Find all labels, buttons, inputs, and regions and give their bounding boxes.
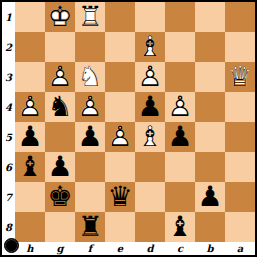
square-c8[interactable]: ♝ xyxy=(165,212,195,242)
square-h5[interactable]: ♟ xyxy=(15,122,45,152)
square-f2[interactable] xyxy=(75,32,105,62)
square-a1[interactable] xyxy=(225,2,255,32)
square-d3[interactable]: ♙ xyxy=(135,62,165,92)
square-h8[interactable] xyxy=(15,212,45,242)
square-a8[interactable] xyxy=(225,212,255,242)
square-f5[interactable]: ♟ xyxy=(75,122,105,152)
square-d8[interactable] xyxy=(135,212,165,242)
piece-black-pawn[interactable]: ♟ xyxy=(165,122,195,152)
piece-white-bishop[interactable]: ♗ xyxy=(135,122,165,152)
piece-black-pawn[interactable]: ♟ xyxy=(195,182,225,212)
piece-black-pawn[interactable]: ♟ xyxy=(75,122,105,152)
piece-white-king[interactable]: ♔ xyxy=(45,2,75,32)
square-a4[interactable] xyxy=(225,92,255,122)
square-a7[interactable] xyxy=(225,182,255,212)
rank-label-4: 4 xyxy=(2,92,15,122)
piece-white-pawn[interactable]: ♙ xyxy=(105,122,135,152)
file-label-g: g xyxy=(45,242,75,255)
piece-white-pawn[interactable]: ♙ xyxy=(135,62,165,92)
rank-labels: 12345678 xyxy=(2,2,15,242)
square-e8[interactable] xyxy=(105,212,135,242)
square-g4[interactable]: ♞ xyxy=(45,92,75,122)
piece-white-bishop[interactable]: ♗ xyxy=(135,32,165,62)
file-label-d: d xyxy=(135,242,165,255)
piece-black-pawn[interactable]: ♟ xyxy=(15,122,45,152)
rank-label-2: 2 xyxy=(2,32,15,62)
square-f3[interactable]: ♘ xyxy=(75,62,105,92)
piece-black-knight[interactable]: ♞ xyxy=(45,92,75,122)
square-c2[interactable] xyxy=(165,32,195,62)
square-h3[interactable] xyxy=(15,62,45,92)
square-b6[interactable] xyxy=(195,152,225,182)
piece-white-pawn[interactable]: ♙ xyxy=(165,92,195,122)
square-b4[interactable] xyxy=(195,92,225,122)
square-c7[interactable] xyxy=(165,182,195,212)
piece-black-rook[interactable]: ♜ xyxy=(75,212,105,242)
piece-black-bishop[interactable]: ♝ xyxy=(165,212,195,242)
square-b8[interactable] xyxy=(195,212,225,242)
square-g7[interactable]: ♚ xyxy=(45,182,75,212)
square-c4[interactable]: ♙ xyxy=(165,92,195,122)
square-h7[interactable] xyxy=(15,182,45,212)
rank-label-5: 5 xyxy=(2,122,15,152)
file-label-c: c xyxy=(165,242,195,255)
square-b1[interactable] xyxy=(195,2,225,32)
square-b2[interactable] xyxy=(195,32,225,62)
piece-black-pawn[interactable]: ♟ xyxy=(135,92,165,122)
square-e5[interactable]: ♙ xyxy=(105,122,135,152)
square-c3[interactable] xyxy=(165,62,195,92)
square-h4[interactable]: ♙ xyxy=(15,92,45,122)
square-d1[interactable] xyxy=(135,2,165,32)
square-d6[interactable] xyxy=(135,152,165,182)
square-b3[interactable] xyxy=(195,62,225,92)
piece-white-rook[interactable]: ♖ xyxy=(75,2,105,32)
file-label-f: f xyxy=(75,242,105,255)
piece-white-pawn[interactable]: ♙ xyxy=(15,92,45,122)
square-a3[interactable]: ♕ xyxy=(225,62,255,92)
file-label-a: a xyxy=(225,242,255,255)
square-h2[interactable] xyxy=(15,32,45,62)
piece-white-pawn[interactable]: ♙ xyxy=(75,92,105,122)
file-labels: hgfedcba xyxy=(15,242,255,255)
rank-label-6: 6 xyxy=(2,152,15,182)
square-h1[interactable] xyxy=(15,2,45,32)
chess-board[interactable]: ♔♖♗♙♘♙♕♙♞♙♟♙♟♟♙♗♟♝♟♚♛♟♜♝ xyxy=(15,2,255,242)
square-f7[interactable] xyxy=(75,182,105,212)
piece-black-pawn[interactable]: ♟ xyxy=(45,152,75,182)
file-label-b: b xyxy=(195,242,225,255)
square-d7[interactable] xyxy=(135,182,165,212)
square-f8[interactable]: ♜ xyxy=(75,212,105,242)
square-e7[interactable]: ♛ xyxy=(105,182,135,212)
square-c1[interactable] xyxy=(165,2,195,32)
rank-label-3: 3 xyxy=(2,62,15,92)
square-b5[interactable] xyxy=(195,122,225,152)
black-to-move-indicator xyxy=(4,238,19,253)
piece-white-queen[interactable]: ♕ xyxy=(225,62,255,92)
square-f1[interactable]: ♖ xyxy=(75,2,105,32)
square-d5[interactable]: ♗ xyxy=(135,122,165,152)
square-g6[interactable]: ♟ xyxy=(45,152,75,182)
square-g5[interactable] xyxy=(45,122,75,152)
square-f6[interactable] xyxy=(75,152,105,182)
square-c5[interactable]: ♟ xyxy=(165,122,195,152)
square-d2[interactable]: ♗ xyxy=(135,32,165,62)
square-e6[interactable] xyxy=(105,152,135,182)
square-e2[interactable] xyxy=(105,32,135,62)
square-a6[interactable] xyxy=(225,152,255,182)
board-layout: 12345678 ♔♖♗♙♘♙♕♙♞♙♟♙♟♟♙♗♟♝♟♚♛♟♜♝ hgfedc… xyxy=(2,2,255,255)
square-c6[interactable] xyxy=(165,152,195,182)
square-e3[interactable] xyxy=(105,62,135,92)
square-g8[interactable] xyxy=(45,212,75,242)
square-b7[interactable]: ♟ xyxy=(195,182,225,212)
square-a2[interactable] xyxy=(225,32,255,62)
piece-white-knight[interactable]: ♘ xyxy=(75,62,105,92)
square-h6[interactable]: ♝ xyxy=(15,152,45,182)
piece-black-bishop[interactable]: ♝ xyxy=(15,152,45,182)
square-g1[interactable]: ♔ xyxy=(45,2,75,32)
file-label-h: h xyxy=(15,242,45,255)
piece-black-king[interactable]: ♚ xyxy=(45,182,75,212)
chess-diagram: 12345678 ♔♖♗♙♘♙♕♙♞♙♟♙♟♟♙♗♟♝♟♚♛♟♜♝ hgfedc… xyxy=(0,0,257,257)
piece-white-pawn[interactable]: ♙ xyxy=(45,62,75,92)
square-f4[interactable]: ♙ xyxy=(75,92,105,122)
square-e4[interactable] xyxy=(105,92,135,122)
square-d4[interactable]: ♟ xyxy=(135,92,165,122)
square-e1[interactable] xyxy=(105,2,135,32)
rank-label-1: 1 xyxy=(2,2,15,32)
piece-black-queen[interactable]: ♛ xyxy=(105,182,135,212)
square-g2[interactable] xyxy=(45,32,75,62)
square-a5[interactable] xyxy=(225,122,255,152)
file-label-e: e xyxy=(105,242,135,255)
rank-label-7: 7 xyxy=(2,182,15,212)
square-g3[interactable]: ♙ xyxy=(45,62,75,92)
